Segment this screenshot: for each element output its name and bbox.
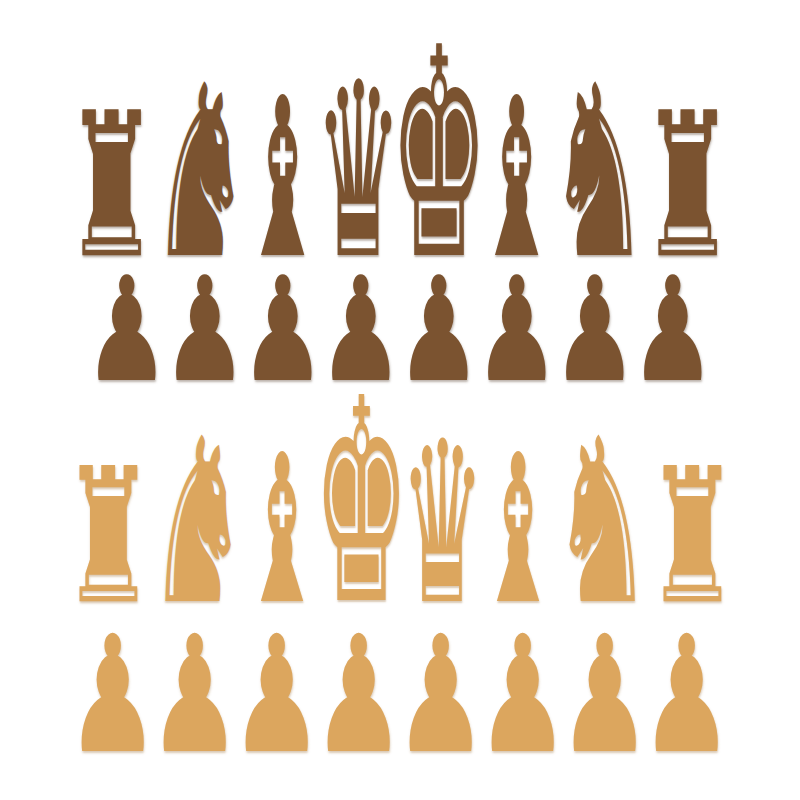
piece-light-knight: ♞ (556, 408, 648, 602)
piece-light-pawn: ♟ (484, 614, 562, 752)
piece-light-pawn: ♟ (320, 614, 398, 752)
pawn-icon: ♟ (641, 614, 734, 776)
piece-dark-rook: ♜ (646, 86, 730, 256)
pawn-icon: ♟ (395, 614, 488, 776)
piece-dark-queen: ♛ (320, 50, 396, 256)
piece-light-pawn: ♟ (238, 614, 316, 752)
piece-light-rook: ♜ (650, 444, 734, 602)
piece-light-pawn: ♟ (648, 614, 726, 752)
chess-set-photo: ♜♞♝♛♚♝♞♜♟♟♟♟♟♟♟♟♜♞♝♚♛♝♞♜♟♟♟♟♟♟♟♟ (0, 0, 800, 800)
pawn-icon: ♟ (474, 257, 560, 402)
pawn-icon: ♟ (559, 614, 652, 776)
pawn-icon: ♟ (477, 614, 570, 776)
piece-light-knight: ♞ (152, 408, 244, 602)
piece-dark-pawn: ♟ (480, 257, 554, 380)
pawn-icon: ♟ (149, 614, 242, 776)
piece-dark-pawn: ♟ (636, 257, 710, 380)
piece-dark-pawn: ♟ (168, 257, 242, 380)
piece-dark-knight: ♞ (156, 54, 246, 256)
piece-light-rook: ♜ (66, 444, 150, 602)
piece-light-queen: ♛ (404, 412, 480, 602)
light-pawn-row: ♟♟♟♟♟♟♟♟ (0, 610, 800, 752)
pawn-icon: ♟ (552, 257, 638, 402)
piece-dark-pawn: ♟ (246, 257, 320, 380)
pawn-icon: ♟ (84, 257, 170, 402)
pawn-icon: ♟ (630, 257, 716, 402)
piece-light-pawn: ♟ (74, 614, 152, 752)
piece-dark-rook: ♜ (70, 86, 154, 256)
pawn-icon: ♟ (313, 614, 406, 776)
piece-dark-bishop: ♝ (482, 69, 552, 256)
piece-light-bishop: ♝ (482, 428, 554, 602)
piece-dark-knight: ♞ (554, 54, 644, 256)
pawn-icon: ♟ (162, 257, 248, 402)
light-back-rank-row: ♜♞♝♚♛♝♞♜ (0, 386, 800, 602)
piece-light-pawn: ♟ (402, 614, 480, 752)
piece-light-king: ♚ (320, 362, 402, 602)
dark-back-rank-row: ♜♞♝♛♚♝♞♜ (0, 0, 800, 256)
piece-dark-pawn: ♟ (558, 257, 632, 380)
piece-dark-king: ♚ (398, 10, 480, 257)
piece-light-pawn: ♟ (566, 614, 644, 752)
pawn-icon: ♟ (231, 614, 324, 776)
piece-dark-pawn: ♟ (402, 257, 476, 380)
piece-light-pawn: ♟ (156, 614, 234, 752)
piece-dark-pawn: ♟ (90, 257, 164, 380)
piece-dark-bishop: ♝ (248, 69, 318, 256)
piece-light-bishop: ♝ (246, 428, 318, 602)
pawn-icon: ♟ (67, 614, 160, 776)
